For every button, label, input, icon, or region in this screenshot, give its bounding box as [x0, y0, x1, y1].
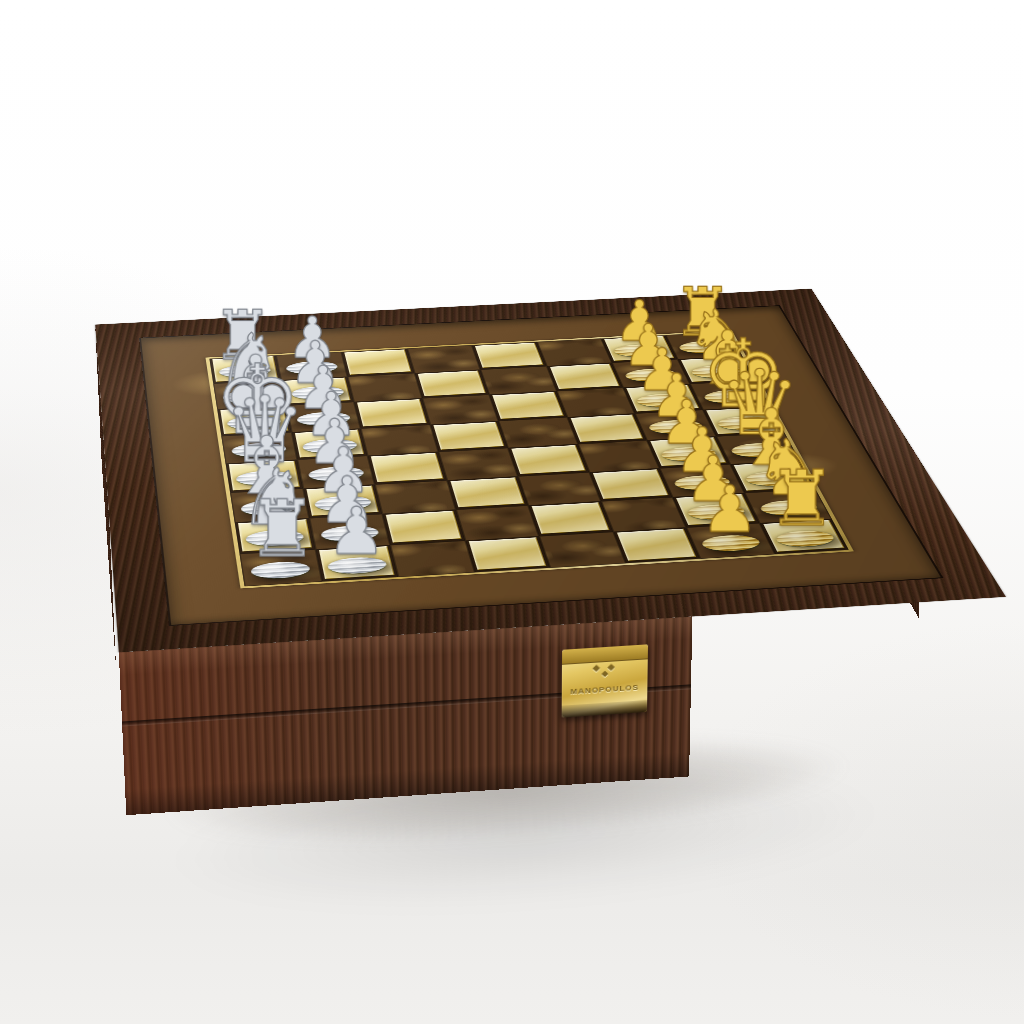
- square-f5: [489, 391, 567, 421]
- clasp-shadow-strip: [562, 700, 647, 717]
- piece-black-pawn: ♟: [656, 477, 805, 541]
- square-d4: [438, 448, 518, 480]
- square-g4: [414, 370, 489, 399]
- brand-logo-icon: ◆ ◆ ◆: [562, 661, 648, 680]
- square-a7: ♟: [686, 523, 775, 559]
- square-g5: [480, 366, 556, 395]
- square-d5: [508, 444, 589, 476]
- square-h4: [407, 345, 481, 373]
- product-photo-stage: ♜♟♟♜♞♟♟♞♝♟♟♝♚♟♟♚♛♟♟♛♝♟♟♝♞♟♟♞♜♟♟♜ ◆ ◆ ◆ M…: [0, 0, 1024, 1024]
- logo-diamond-bottom: ◆: [562, 668, 648, 680]
- square-f4: [422, 395, 499, 425]
- piece-white-rook: ♜: [207, 489, 359, 567]
- clasp-brand-text: MANOPOULOS: [562, 682, 648, 697]
- case-lid-top: ♜♟♟♜♞♟♟♞♝♟♟♝♚♟♟♚♛♟♟♛♝♟♟♝♞♟♟♞♜♟♟♜: [95, 289, 1006, 653]
- square-c4: [447, 476, 529, 510]
- camera-scene: ♜♟♟♜♞♟♟♞♝♟♟♝♚♟♟♚♛♟♟♛♝♟♟♝♞♟♟♞♜♟♟♜ ◆ ◆ ◆ M…: [0, 0, 1024, 1024]
- square-c5: [518, 472, 601, 505]
- clasp-latch: ◆ ◆ ◆ MANOPOULOS: [562, 644, 648, 717]
- chess-board: ♜♟♟♜♞♟♟♞♝♟♟♝♚♟♟♚♛♟♟♛♝♟♟♝♞♟♟♞♜♟♟♜: [209, 332, 848, 586]
- square-a5: [539, 532, 625, 568]
- square-a1: ♜: [240, 549, 322, 586]
